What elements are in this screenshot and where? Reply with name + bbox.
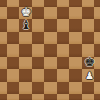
board-square[interactable]	[7, 32, 20, 45]
board-square[interactable]	[19, 94, 32, 100]
board-square[interactable]	[69, 57, 82, 70]
board-square[interactable]	[44, 82, 57, 95]
board-square[interactable]	[7, 94, 20, 100]
board-square[interactable]	[82, 82, 95, 95]
board-square[interactable]	[19, 57, 32, 70]
board-square[interactable]	[32, 57, 45, 70]
board-square[interactable]	[44, 7, 57, 20]
board-square[interactable]	[57, 32, 70, 45]
board-square[interactable]	[7, 44, 20, 57]
board-square[interactable]	[57, 82, 70, 95]
chess-board: ♚♝♚♟	[0, 0, 100, 100]
board-square[interactable]	[69, 19, 82, 32]
board-square[interactable]	[32, 32, 45, 45]
board-square[interactable]	[57, 94, 70, 100]
board-square[interactable]	[7, 57, 20, 70]
board-square[interactable]	[32, 82, 45, 95]
board-square[interactable]	[19, 82, 32, 95]
board-square[interactable]	[57, 44, 70, 57]
board-square[interactable]	[94, 82, 100, 95]
board-square[interactable]	[82, 19, 95, 32]
board-square[interactable]	[7, 7, 20, 20]
board-square[interactable]	[44, 57, 57, 70]
board-square[interactable]	[44, 69, 57, 82]
board-square[interactable]	[32, 7, 45, 20]
board-square[interactable]	[69, 82, 82, 95]
board-square[interactable]	[57, 57, 70, 70]
board-square[interactable]	[94, 94, 100, 100]
board-square[interactable]	[69, 69, 82, 82]
board-square[interactable]	[44, 44, 57, 57]
black-bishop-piece[interactable]: ♝	[20, 19, 33, 31]
board-square[interactable]	[44, 19, 57, 32]
board-square[interactable]	[57, 19, 70, 32]
board-square[interactable]	[32, 94, 45, 100]
board-square[interactable]	[57, 7, 70, 20]
board-square[interactable]	[32, 44, 45, 57]
board-square[interactable]	[69, 94, 82, 100]
board-square[interactable]	[82, 7, 95, 20]
board-square[interactable]	[94, 32, 100, 45]
board-square[interactable]	[44, 32, 57, 45]
board-square[interactable]	[57, 69, 70, 82]
white-pawn-piece[interactable]: ♟	[84, 69, 97, 81]
board-square[interactable]	[19, 32, 32, 45]
board-square[interactable]	[32, 19, 45, 32]
board-square[interactable]	[7, 82, 20, 95]
board-square[interactable]	[94, 7, 100, 20]
chess-app-window: ♚♝♚♟	[0, 0, 100, 100]
board-square[interactable]	[19, 44, 32, 57]
board-square[interactable]	[94, 19, 100, 32]
board-square[interactable]	[44, 94, 57, 100]
black-king-piece[interactable]: ♚	[84, 57, 97, 69]
board-square[interactable]	[19, 69, 32, 82]
board-square[interactable]	[82, 32, 95, 45]
board-square[interactable]	[7, 19, 20, 32]
board-square[interactable]	[69, 44, 82, 57]
white-king-piece[interactable]: ♚	[20, 7, 33, 19]
board-square[interactable]	[69, 7, 82, 20]
board-square[interactable]	[82, 94, 95, 100]
board-square[interactable]	[69, 32, 82, 45]
board-square[interactable]	[7, 69, 20, 82]
board-square[interactable]	[32, 69, 45, 82]
